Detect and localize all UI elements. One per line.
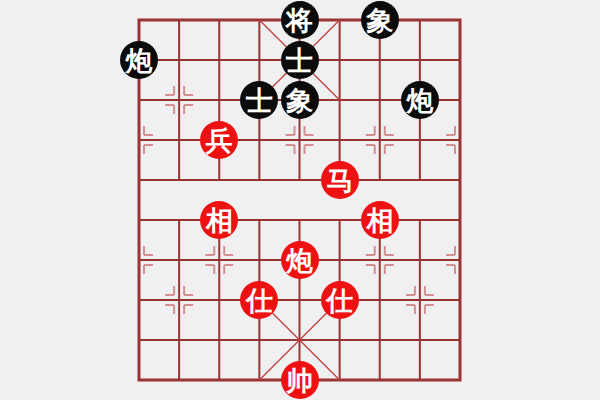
piece-red-advisor[interactable]: 仕 <box>240 281 278 319</box>
piece-black-advisor[interactable]: 士 <box>281 41 319 79</box>
piece-black-elephant[interactable]: 象 <box>281 81 319 119</box>
piece-red-cannon[interactable]: 炮 <box>281 241 319 279</box>
xiangqi-board-stage: 将象炮士士象炮兵马相相炮仕仕帅 <box>0 0 600 400</box>
pieces-layer: 将象炮士士象炮兵马相相炮仕仕帅 <box>0 0 600 400</box>
piece-black-elephant[interactable]: 象 <box>361 1 399 39</box>
piece-red-elephant[interactable]: 相 <box>200 201 238 239</box>
piece-red-soldier[interactable]: 兵 <box>200 121 238 159</box>
piece-red-elephant[interactable]: 相 <box>361 201 399 239</box>
piece-red-advisor[interactable]: 仕 <box>321 281 359 319</box>
piece-red-horse[interactable]: 马 <box>321 161 359 199</box>
piece-black-cannon[interactable]: 炮 <box>120 41 158 79</box>
piece-black-general[interactable]: 将 <box>281 1 319 39</box>
piece-black-cannon[interactable]: 炮 <box>401 81 439 119</box>
piece-red-general[interactable]: 帅 <box>281 361 319 399</box>
piece-black-advisor[interactable]: 士 <box>240 81 278 119</box>
